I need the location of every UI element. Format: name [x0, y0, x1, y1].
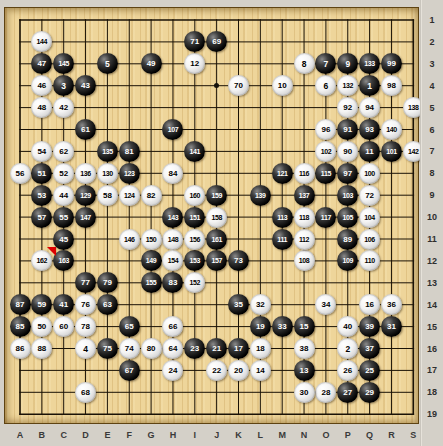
row-label-17: 17 — [424, 364, 440, 376]
stone-21[interactable]: 21 — [206, 338, 227, 359]
go-app-window: 12345678910111213141516171819 ABCDEFGHIJ… — [0, 0, 443, 446]
col-label-H: H — [165, 430, 181, 440]
stone-112[interactable]: 112 — [294, 229, 315, 250]
stone-156[interactable]: 156 — [184, 229, 205, 250]
stone-159[interactable]: 159 — [206, 185, 227, 206]
stone-8[interactable]: 8 — [294, 53, 315, 74]
stone-78[interactable]: 78 — [75, 316, 96, 337]
stone-74[interactable]: 74 — [119, 338, 140, 359]
stone-86[interactable]: 86 — [10, 338, 31, 359]
col-label-J: J — [209, 430, 225, 440]
col-label-L: L — [252, 430, 268, 440]
stone-158[interactable]: 158 — [206, 207, 227, 228]
stone-90[interactable]: 90 — [337, 141, 358, 162]
stone-150[interactable]: 150 — [141, 229, 162, 250]
row-label-16: 16 — [424, 343, 440, 355]
stone-52[interactable]: 52 — [53, 163, 74, 184]
stone-4[interactable]: 4 — [75, 338, 96, 359]
stone-65[interactable]: 65 — [119, 316, 140, 337]
last-move-marker — [47, 242, 56, 251]
stone-124[interactable]: 124 — [119, 185, 140, 206]
stone-61[interactable]: 61 — [75, 119, 96, 140]
row-label-6: 6 — [424, 124, 440, 136]
stone-82[interactable]: 82 — [141, 185, 162, 206]
stone-32[interactable]: 32 — [250, 294, 271, 315]
stone-113[interactable]: 113 — [272, 207, 293, 228]
stone-44[interactable]: 44 — [53, 185, 74, 206]
stone-116[interactable]: 116 — [294, 163, 315, 184]
col-label-R: R — [383, 430, 399, 440]
col-label-E: E — [99, 430, 115, 440]
stone-27[interactable]: 27 — [337, 382, 358, 403]
stone-29[interactable]: 29 — [359, 382, 380, 403]
stone-22[interactable]: 22 — [206, 360, 227, 381]
col-label-B: B — [34, 430, 50, 440]
row-label-14: 14 — [424, 299, 440, 311]
col-label-S: S — [405, 430, 421, 440]
stone-62[interactable]: 62 — [53, 141, 74, 162]
stone-147[interactable]: 147 — [75, 207, 96, 228]
stone-129[interactable]: 129 — [75, 185, 96, 206]
stone-123[interactable]: 123 — [119, 163, 140, 184]
stone-26[interactable]: 26 — [337, 360, 358, 381]
stone-136[interactable]: 136 — [75, 163, 96, 184]
stone-38[interactable]: 38 — [294, 338, 315, 359]
row-label-5: 5 — [424, 102, 440, 114]
stone-137[interactable]: 137 — [294, 185, 315, 206]
stone-104[interactable]: 104 — [359, 207, 380, 228]
stone-101[interactable]: 101 — [381, 141, 402, 162]
stone-58[interactable]: 58 — [97, 185, 118, 206]
stone-108[interactable]: 108 — [294, 250, 315, 271]
stone-56[interactable]: 56 — [10, 163, 31, 184]
stone-87[interactable]: 87 — [10, 294, 31, 315]
stone-36[interactable]: 36 — [381, 294, 402, 315]
stone-57[interactable]: 57 — [31, 207, 52, 228]
stone-93[interactable]: 93 — [359, 119, 380, 140]
col-label-I: I — [187, 430, 203, 440]
stone-55[interactable]: 55 — [53, 207, 74, 228]
stone-139[interactable]: 139 — [250, 185, 271, 206]
stone-63[interactable]: 63 — [97, 294, 118, 315]
row-label-3: 3 — [424, 58, 440, 70]
stone-67[interactable]: 67 — [119, 360, 140, 381]
stone-103[interactable]: 103 — [337, 185, 358, 206]
stone-149[interactable]: 149 — [141, 250, 162, 271]
stone-130[interactable]: 130 — [97, 163, 118, 184]
stone-81[interactable]: 81 — [119, 141, 140, 162]
row-label-19: 19 — [424, 408, 440, 420]
stone-161[interactable]: 161 — [206, 229, 227, 250]
row-label-8: 8 — [424, 167, 440, 179]
row-label-13: 13 — [424, 277, 440, 289]
col-label-K: K — [231, 430, 247, 440]
col-label-F: F — [121, 430, 137, 440]
stone-13[interactable]: 13 — [294, 360, 315, 381]
stone-31[interactable]: 31 — [381, 316, 402, 337]
stone-10[interactable]: 10 — [272, 75, 293, 96]
row-label-7: 7 — [424, 145, 440, 157]
col-label-A: A — [12, 430, 28, 440]
stone-111[interactable]: 111 — [272, 229, 293, 250]
stone-89[interactable]: 89 — [337, 229, 358, 250]
col-label-Q: Q — [362, 430, 378, 440]
row-label-2: 2 — [424, 36, 440, 48]
stone-17[interactable]: 17 — [228, 338, 249, 359]
stone-80[interactable]: 80 — [141, 338, 162, 359]
stone-30[interactable]: 30 — [294, 382, 315, 403]
stone-75[interactable]: 75 — [97, 338, 118, 359]
stone-140[interactable]: 140 — [381, 119, 402, 140]
stone-49[interactable]: 49 — [141, 53, 162, 74]
stone-33[interactable]: 33 — [272, 316, 293, 337]
stone-53[interactable]: 53 — [31, 185, 52, 206]
col-label-N: N — [296, 430, 312, 440]
stone-97[interactable]: 97 — [337, 163, 358, 184]
stone-72[interactable]: 72 — [359, 185, 380, 206]
stone-118[interactable]: 118 — [294, 207, 315, 228]
row-coordinate-gutter: 12345678910111213141516171819 — [420, 0, 443, 446]
stone-121[interactable]: 121 — [272, 163, 293, 184]
row-label-12: 12 — [424, 255, 440, 267]
stone-148[interactable]: 148 — [162, 229, 183, 250]
stone-37[interactable]: 37 — [359, 338, 380, 359]
stone-15[interactable]: 15 — [294, 316, 315, 337]
stone-51[interactable]: 51 — [31, 163, 52, 184]
stone-100[interactable]: 100 — [359, 163, 380, 184]
stone-68[interactable]: 68 — [75, 382, 96, 403]
stone-98[interactable]: 98 — [381, 75, 402, 96]
row-label-9: 9 — [424, 189, 440, 201]
row-label-15: 15 — [424, 321, 440, 333]
row-label-11: 11 — [424, 233, 440, 245]
stone-18[interactable]: 18 — [250, 338, 271, 359]
row-label-4: 4 — [424, 80, 440, 92]
stone-19[interactable]: 19 — [250, 316, 271, 337]
col-label-C: C — [56, 430, 72, 440]
stone-20[interactable]: 20 — [228, 360, 249, 381]
col-label-M: M — [274, 430, 290, 440]
stone-14[interactable]: 14 — [250, 360, 271, 381]
stone-45[interactable]: 45 — [53, 229, 74, 250]
row-label-10: 10 — [424, 211, 440, 223]
stone-146[interactable]: 146 — [119, 229, 140, 250]
col-label-P: P — [340, 430, 356, 440]
stone-117[interactable]: 117 — [315, 207, 336, 228]
col-label-G: G — [143, 430, 159, 440]
stone-85[interactable]: 85 — [10, 316, 31, 337]
stone-11[interactable]: 11 — [359, 141, 380, 162]
stone-143[interactable]: 143 — [162, 207, 183, 228]
col-label-D: D — [78, 430, 94, 440]
stone-105[interactable]: 105 — [337, 207, 358, 228]
stone-106[interactable]: 106 — [359, 229, 380, 250]
col-label-O: O — [318, 430, 334, 440]
row-label-1: 1 — [424, 14, 440, 26]
row-label-18: 18 — [424, 386, 440, 398]
stone-135[interactable]: 135 — [97, 141, 118, 162]
stone-160[interactable]: 160 — [184, 185, 205, 206]
stone-155[interactable]: 155 — [141, 272, 162, 293]
stone-151[interactable]: 151 — [184, 207, 205, 228]
stone-25[interactable]: 25 — [359, 360, 380, 381]
column-coordinate-gutter: ABCDEFGHIJKLMNOPQRS — [0, 425, 420, 446]
